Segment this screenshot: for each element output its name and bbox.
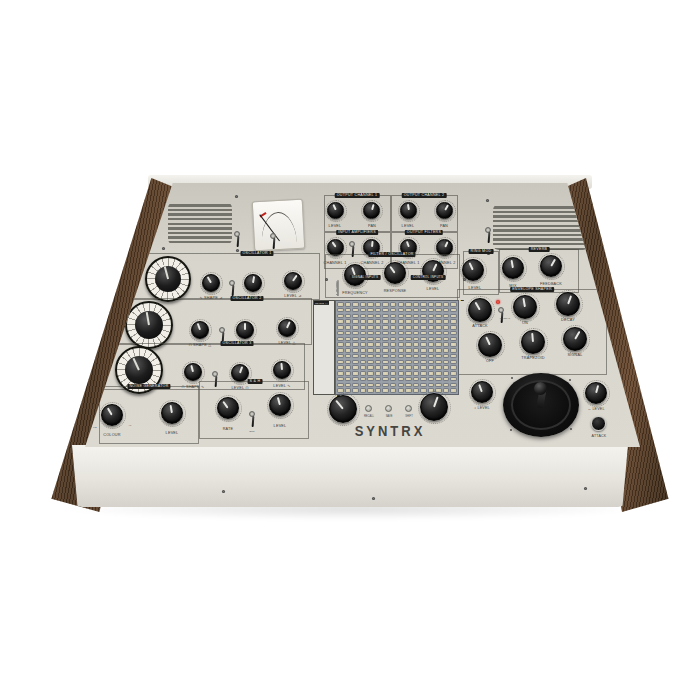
matrix-pin[interactable] [420,360,426,365]
matrix-pin[interactable] [382,331,388,336]
matrix-pin[interactable] [337,325,343,330]
matrix-pin[interactable] [337,371,343,376]
matrix-pin[interactable] [443,325,449,330]
matrix-pin[interactable] [367,302,373,307]
meter-toggle-left[interactable] [234,231,240,237]
matrix-pin[interactable] [450,325,456,330]
matrix-pin[interactable] [450,348,456,353]
matrix-pin[interactable] [382,308,388,313]
matrix-pin[interactable] [443,337,449,342]
matrix-pin[interactable] [398,371,404,376]
matrix-pin[interactable] [352,331,358,336]
noise-level-knob[interactable] [161,402,183,424]
matrix-pin[interactable] [398,388,404,393]
matrix-pin[interactable] [413,388,419,393]
matrix-pin[interactable] [337,308,343,313]
matrix-pin[interactable] [413,348,419,353]
matrix-pin[interactable] [443,383,449,388]
matrix-pin[interactable] [352,354,358,359]
matrix-pin[interactable] [450,388,456,393]
matrix-pin[interactable] [352,319,358,324]
matrix-pin[interactable] [352,314,358,319]
matrix-pin[interactable] [390,371,396,376]
matrix-pin[interactable] [405,360,411,365]
matrix-pin[interactable] [428,319,434,324]
matrix-pin[interactable] [428,302,434,307]
matrix-pin[interactable] [428,365,434,370]
matrix-pin[interactable] [375,302,381,307]
matrix-pin[interactable] [337,377,343,382]
matrix-pin[interactable] [352,337,358,342]
env-on-label: ON [522,321,528,325]
matrix-pin[interactable] [413,354,419,359]
out2-level-label: LEVEL [402,224,415,228]
matrix-pin[interactable] [390,354,396,359]
recall-button[interactable] [365,405,372,412]
matrix-pin[interactable] [420,348,426,353]
matrix-pin[interactable] [367,342,373,347]
matrix-pin[interactable] [337,319,343,324]
matrix-pin[interactable] [398,360,404,365]
matrix-pin[interactable] [435,354,441,359]
matrix-pin[interactable] [345,360,351,365]
matrix-pin[interactable] [405,388,411,393]
matrix-pin[interactable] [375,325,381,330]
osc3-level-sine-knob[interactable] [273,361,291,379]
matrix-pin[interactable] [450,319,456,324]
matrix-pin[interactable] [420,377,426,382]
matrix-pin[interactable] [435,342,441,347]
matrix-pin[interactable] [382,348,388,353]
matrix-pin[interactable] [450,302,456,307]
out1-pan-knob[interactable] [363,202,380,219]
matrix-pin[interactable] [375,388,381,393]
matrix-pin[interactable] [443,314,449,319]
matrix-pin[interactable] [450,360,456,365]
matrix-pin[interactable] [382,319,388,324]
matrix-pin[interactable] [405,383,411,388]
joystick-y-level-knob[interactable] [471,381,493,403]
matrix-pin[interactable] [398,365,404,370]
matrix-pin[interactable] [345,337,351,342]
matrix-pin[interactable] [352,365,358,370]
matrix-pin[interactable] [337,348,343,353]
matrix-pin[interactable] [443,360,449,365]
matrix-pin[interactable] [435,360,441,365]
matrix-pin[interactable] [420,308,426,313]
matrix-pin[interactable] [390,377,396,382]
screw [325,278,328,281]
matrix-pin[interactable] [352,348,358,353]
shift-button[interactable] [405,405,412,412]
matrix-pin[interactable] [360,342,366,347]
matrix-pin[interactable] [352,388,358,393]
matrix-pin[interactable] [337,365,343,370]
matrix-pin[interactable] [382,354,388,359]
matrix-pin[interactable] [398,337,404,342]
matrix-pin[interactable] [367,383,373,388]
matrix-pin[interactable] [450,331,456,336]
matrix-pin[interactable] [390,360,396,365]
reverb-feedback-knob[interactable] [540,255,562,277]
matrix-pin[interactable] [382,377,388,382]
speaker-toggle-right[interactable] [485,227,491,233]
matrix-pin[interactable] [390,319,396,324]
matrix-pin[interactable] [337,337,343,342]
matrix-pin[interactable] [420,331,426,336]
matrix-pin[interactable] [450,308,456,313]
matrix-pin[interactable] [360,388,366,393]
matrix-pin[interactable] [413,371,419,376]
matrix-pin[interactable] [375,319,381,324]
attack-button[interactable] [591,416,606,431]
matrix-pin[interactable] [435,371,441,376]
matrix-pin[interactable] [398,383,404,388]
matrix-pin[interactable] [345,325,351,330]
matrix-pin[interactable] [405,308,411,313]
matrix-pin[interactable] [405,337,411,342]
osc3-shape-knob[interactable] [184,363,202,381]
matrix-pin[interactable] [435,383,441,388]
osc2-level-tri-knob[interactable] [278,319,296,337]
matrix-pin[interactable] [420,354,426,359]
matrix-pin[interactable] [428,325,434,330]
matrix-pin[interactable] [428,377,434,382]
osc1-shape-knob[interactable] [202,274,220,292]
matrix-pin[interactable] [413,308,419,313]
matrix-pin[interactable] [390,302,396,307]
matrix-pin[interactable] [375,365,381,370]
matrix-pin[interactable] [428,342,434,347]
matrix-pin[interactable] [413,331,419,336]
matrix-pin[interactable] [390,325,396,330]
matrix-pin[interactable] [405,325,411,330]
matrix-pin[interactable] [435,302,441,307]
matrix-pin[interactable] [345,383,351,388]
matrix-pin[interactable] [435,319,441,324]
osc2-range-toggle[interactable] [219,327,225,333]
matrix-pin[interactable] [405,302,411,307]
matrix-pin[interactable] [367,360,373,365]
matrix-pin[interactable] [443,302,449,307]
matrix-pin[interactable] [345,365,351,370]
memory-encoder-left[interactable] [329,395,357,423]
matrix-pin[interactable] [398,302,404,307]
matrix-pin[interactable] [345,308,351,313]
matrix-pin[interactable] [435,325,441,330]
matrix-pin[interactable] [360,319,366,324]
matrix-pin[interactable] [390,383,396,388]
matrix-pin[interactable] [390,365,396,370]
matrix-pin[interactable] [428,308,434,313]
matrix-pin[interactable] [337,342,343,347]
matrix-pin[interactable] [360,331,366,336]
memory-encoder-right[interactable] [420,393,448,421]
reverb-mix-knob[interactable] [502,257,524,279]
matrix-pin[interactable] [352,325,358,330]
matrix-pin[interactable] [360,371,366,376]
matrix-pin[interactable] [398,319,404,324]
matrix-pin[interactable] [375,314,381,319]
matrix-pin[interactable] [345,342,351,347]
matrix-pin[interactable] [398,354,404,359]
matrix-pin[interactable] [382,314,388,319]
joystick-x-level-knob[interactable] [585,382,607,404]
matrix-pin[interactable] [413,377,419,382]
meter-toggle-center[interactable] [270,233,276,239]
osc2-shape-knob[interactable] [191,321,209,339]
matrix-pin[interactable] [420,325,426,330]
matrix-pin[interactable] [345,348,351,353]
matrix-pin[interactable] [375,377,381,382]
sh-level-knob[interactable] [269,394,291,416]
matrix-pin[interactable] [420,337,426,342]
save-button[interactable] [385,405,392,412]
noise-colour-knob[interactable] [101,404,123,426]
matrix-pin[interactable] [428,331,434,336]
osc3-level-square-knob[interactable] [231,364,249,382]
matrix-pin[interactable] [405,371,411,376]
inamp-toggle[interactable] [349,241,355,247]
matrix-pin[interactable] [360,314,366,319]
matrix-pin[interactable] [420,302,426,307]
matrix-pin[interactable] [367,371,373,376]
matrix-pin[interactable] [337,383,343,388]
matrix-pin[interactable] [352,302,358,307]
matrix-pin[interactable] [360,383,366,388]
joystick-cap[interactable] [534,382,547,395]
matrix-pin[interactable] [367,377,373,382]
matrix-pin[interactable] [398,325,404,330]
matrix-pin[interactable] [360,377,366,382]
matrix-pin[interactable] [360,325,366,330]
matrix-pin[interactable] [413,342,419,347]
matrix-pin[interactable] [352,377,358,382]
matrix-pin[interactable] [413,314,419,319]
matrix-pin[interactable] [405,314,411,319]
matrix-pin[interactable] [435,337,441,342]
matrix-pin[interactable] [413,325,419,330]
matrix-pin[interactable] [443,331,449,336]
matrix-pin[interactable] [398,308,404,313]
matrix-pin[interactable] [337,331,343,336]
matrix-pin[interactable] [375,342,381,347]
matrix-pin[interactable] [443,388,449,393]
sh-toggle[interactable] [249,411,255,417]
matrix-pin[interactable] [428,354,434,359]
matrix-pin[interactable] [398,331,404,336]
matrix-pin[interactable] [382,365,388,370]
matrix-pin[interactable] [420,371,426,376]
matrix-pin[interactable] [352,342,358,347]
matrix-pin[interactable] [360,365,366,370]
matrix-pin[interactable] [345,302,351,307]
matrix-pin[interactable] [450,342,456,347]
matrix-pin[interactable] [450,365,456,370]
sh-rate-knob[interactable] [217,397,239,419]
matrix-pin[interactable] [435,348,441,353]
matrix-pin[interactable] [375,371,381,376]
matrix-pin[interactable] [405,377,411,382]
matrix-pin[interactable] [443,354,449,359]
matrix-pin[interactable] [443,377,449,382]
matrix-pin[interactable] [367,308,373,313]
matrix-pin[interactable] [413,383,419,388]
env-manual-toggle[interactable] [498,307,504,313]
matrix-pin[interactable] [398,342,404,347]
matrix-pin[interactable] [405,354,411,359]
out1-level-knob[interactable] [327,202,344,219]
matrix-pin[interactable] [337,360,343,365]
matrix-pin[interactable] [450,337,456,342]
osc3-range-toggle[interactable] [212,371,218,377]
matrix-pin[interactable] [420,342,426,347]
matrix-pin[interactable] [390,337,396,342]
matrix-pin[interactable] [443,371,449,376]
osc2-level-square-knob[interactable] [236,321,254,339]
matrix-pin[interactable] [390,342,396,347]
matrix-pin[interactable] [337,302,343,307]
matrix-pin[interactable] [435,314,441,319]
osc2-frequency-dial[interactable] [125,301,173,349]
matrix-pin[interactable] [345,331,351,336]
matrix-pin[interactable] [375,337,381,342]
matrix-pin[interactable] [352,360,358,365]
matrix-pin[interactable] [345,354,351,359]
matrix-pin[interactable] [413,360,419,365]
matrix-pin[interactable] [352,383,358,388]
matrix-pin[interactable] [345,377,351,382]
matrix-pin[interactable] [413,302,419,307]
matrix-pin[interactable] [390,388,396,393]
matrix-pin[interactable] [367,348,373,353]
env-on-knob[interactable] [513,295,537,319]
matrix-pin[interactable] [428,383,434,388]
matrix-pin[interactable] [352,371,358,376]
matrix-pin[interactable] [428,371,434,376]
matrix-pin[interactable] [390,331,396,336]
matrix-pin[interactable] [360,348,366,353]
matrix-pin[interactable] [382,383,388,388]
matrix-pin[interactable] [367,354,373,359]
osc1-range-toggle[interactable] [229,280,235,286]
matrix-pin[interactable] [398,314,404,319]
osc1-level-sine-knob[interactable] [244,274,262,292]
matrix-pin[interactable] [420,314,426,319]
matrix-pin[interactable] [420,365,426,370]
out2-level-knob[interactable] [400,202,417,219]
matrix-pin[interactable] [337,354,343,359]
matrix-pin[interactable] [367,365,373,370]
matrix-pin[interactable] [435,377,441,382]
matrix-pin[interactable] [443,365,449,370]
matrix-pin[interactable] [375,360,381,365]
matrix-pin[interactable] [428,348,434,353]
matrix-pin[interactable] [382,388,388,393]
matrix-pin[interactable] [450,314,456,319]
matrix-pin[interactable] [367,325,373,330]
matrix-pin[interactable] [360,360,366,365]
out2-pan-knob[interactable] [436,202,453,219]
matrix-pin[interactable] [375,331,381,336]
matrix-pin[interactable] [375,308,381,313]
matrix-pin[interactable] [382,302,388,307]
matrix-pin[interactable] [405,331,411,336]
matrix-pin[interactable] [398,377,404,382]
matrix-pin[interactable] [450,354,456,359]
osc1-level-ramp-knob[interactable] [284,272,302,290]
matrix-pin[interactable] [405,365,411,370]
matrix-pin[interactable] [420,319,426,324]
matrix-pin[interactable] [435,308,441,313]
matrix-pin[interactable] [360,337,366,342]
matrix-pin[interactable] [382,342,388,347]
matrix-pin[interactable] [382,360,388,365]
matrix-pin[interactable] [375,354,381,359]
matrix-pin[interactable] [367,388,373,393]
matrix-pin[interactable] [405,342,411,347]
matrix-pin[interactable] [360,354,366,359]
matrix-pin[interactable] [337,314,343,319]
matrix-pin[interactable] [443,342,449,347]
osc1-frequency-dial[interactable] [145,256,191,302]
matrix-pin[interactable] [450,377,456,382]
matrix-pin[interactable] [413,319,419,324]
matrix-pin[interactable] [390,348,396,353]
matrix-pin[interactable] [435,365,441,370]
matrix-pin[interactable] [450,383,456,388]
env-attack-knob[interactable] [468,298,492,322]
env-decay-knob[interactable] [556,292,580,316]
matrix-pin[interactable] [345,319,351,324]
matrix-pin[interactable] [390,314,396,319]
matrix-pin[interactable] [450,371,456,376]
matrix-pin[interactable] [390,308,396,313]
matrix-pin[interactable] [375,383,381,388]
matrix-pin[interactable] [420,383,426,388]
matrix-pin[interactable] [428,314,434,319]
matrix-pin[interactable] [443,348,449,353]
matrix-pin[interactable] [428,337,434,342]
matrix-pin[interactable] [360,308,366,313]
matrix-pin[interactable] [375,348,381,353]
reverb-header: REVERB [529,247,550,252]
matrix-pin[interactable] [382,371,388,376]
matrix-pin[interactable] [367,337,373,342]
matrix-pin[interactable] [405,348,411,353]
matrix-pin[interactable] [352,308,358,313]
env-off-knob[interactable] [478,333,502,357]
matrix-pin[interactable] [382,325,388,330]
matrix-pin[interactable] [360,302,366,307]
matrix-pin[interactable] [367,314,373,319]
matrix-pin[interactable] [443,308,449,313]
matrix-pin[interactable] [435,331,441,336]
matrix-pin[interactable] [398,348,404,353]
matrix-pin[interactable] [367,331,373,336]
matrix-pin[interactable] [382,337,388,342]
env-trapezoid-knob[interactable] [521,330,545,354]
env-signal-knob[interactable] [563,327,587,351]
matrix-pin[interactable] [413,365,419,370]
matrix-pin[interactable] [405,319,411,324]
matrix-pin[interactable] [367,319,373,324]
matrix-pin[interactable] [345,371,351,376]
matrix-pin[interactable] [413,337,419,342]
matrix-pin[interactable] [428,360,434,365]
matrix-pin[interactable] [345,314,351,319]
matrix-pin[interactable] [443,319,449,324]
